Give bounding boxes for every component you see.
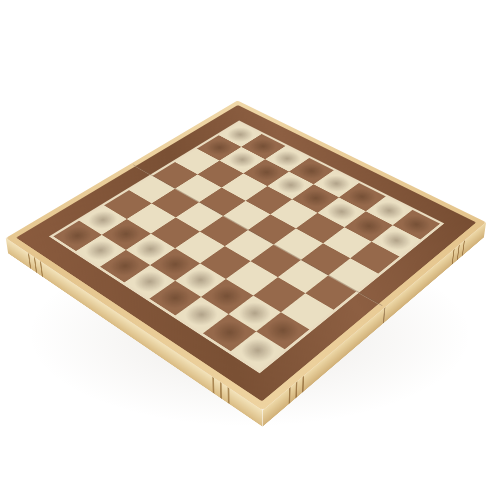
scene: ♜♞♝♛♚♝♞♜♟♟♟♟♟♟♟♟♟♟♟♟♟♟♟♟♜♞♝♛♚♝♞♜ bbox=[0, 0, 500, 500]
photo-stage: ♜♞♝♛♚♝♞♜♟♟♟♟♟♟♟♟♟♟♟♟♟♟♟♟♜♞♝♛♚♝♞♜ bbox=[0, 0, 500, 500]
chess-board: ♜♞♝♛♚♝♞♜♟♟♟♟♟♟♟♟♟♟♟♟♟♟♟♟♜♞♝♛♚♝♞♜ bbox=[6, 100, 486, 410]
fold-seam-edge bbox=[383, 307, 386, 324]
